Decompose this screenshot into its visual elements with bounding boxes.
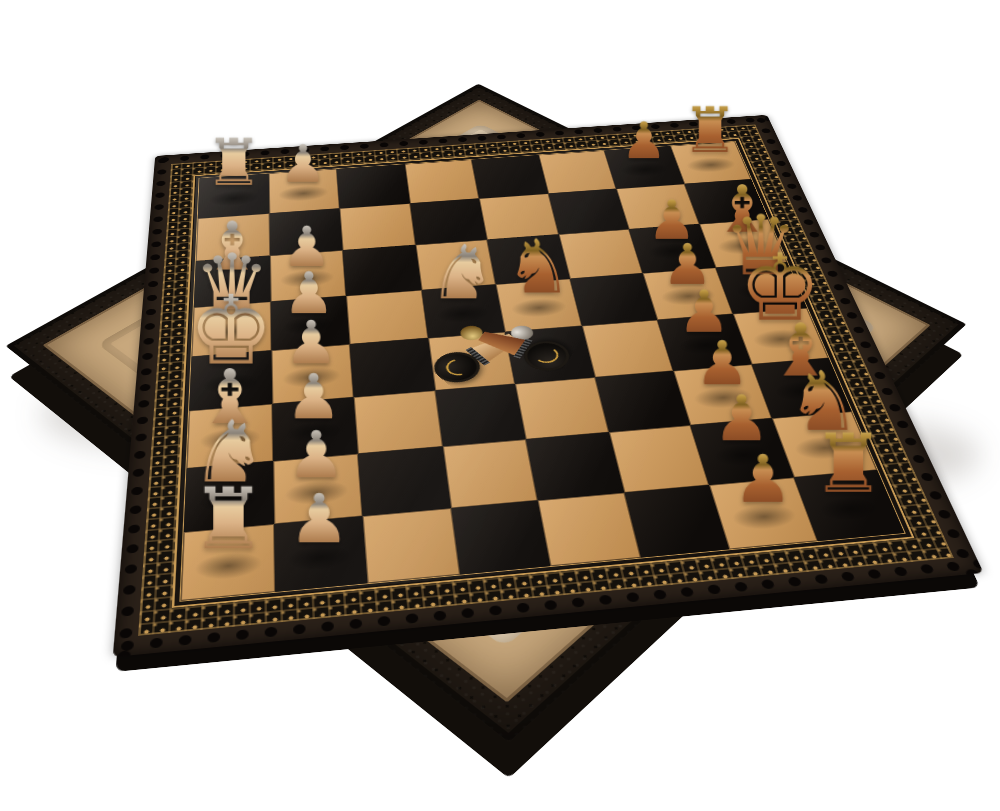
- square-h4[interactable]: [451, 500, 551, 575]
- piece-white-rook-h1[interactable]: ♜: [157, 476, 298, 561]
- chess-set-product-photo: ♜♟♟♜♝♟♟♝♛♟♞♞♟♛♚♟♟♚♝♟♟♝♞♟♟♞♜♟♟♜: [0, 0, 1000, 811]
- square-f4[interactable]: [435, 384, 526, 447]
- square-f5[interactable]: [515, 377, 609, 439]
- square-h7[interactable]: ♟: [709, 477, 817, 549]
- square-h5[interactable]: [538, 492, 641, 566]
- square-e5[interactable]: [505, 326, 595, 384]
- maker-logo-icon: [441, 356, 474, 378]
- piece-black-pawn-h7[interactable]: ♟: [694, 446, 831, 512]
- square-a4[interactable]: [404, 160, 479, 204]
- square-h1[interactable]: ♜: [181, 524, 275, 601]
- maker-logo-icon: [534, 347, 559, 363]
- piece-white-knight-d4[interactable]: ♞: [403, 235, 521, 310]
- square-a7[interactable]: ♟: [604, 146, 684, 189]
- piece-white-rook-a1[interactable]: ♜: [180, 130, 288, 195]
- chessboard: ♜♟♟♜♝♟♟♝♛♟♞♞♟♛♚♟♟♚♝♟♟♝♞♟♟♞♜♟♟♜: [181, 142, 905, 601]
- board-scene: ♜♟♟♜♝♟♟♝♛♟♞♞♟♛♚♟♟♚♝♟♟♝♞♟♟♞♜♟♟♜: [0, 0, 1000, 811]
